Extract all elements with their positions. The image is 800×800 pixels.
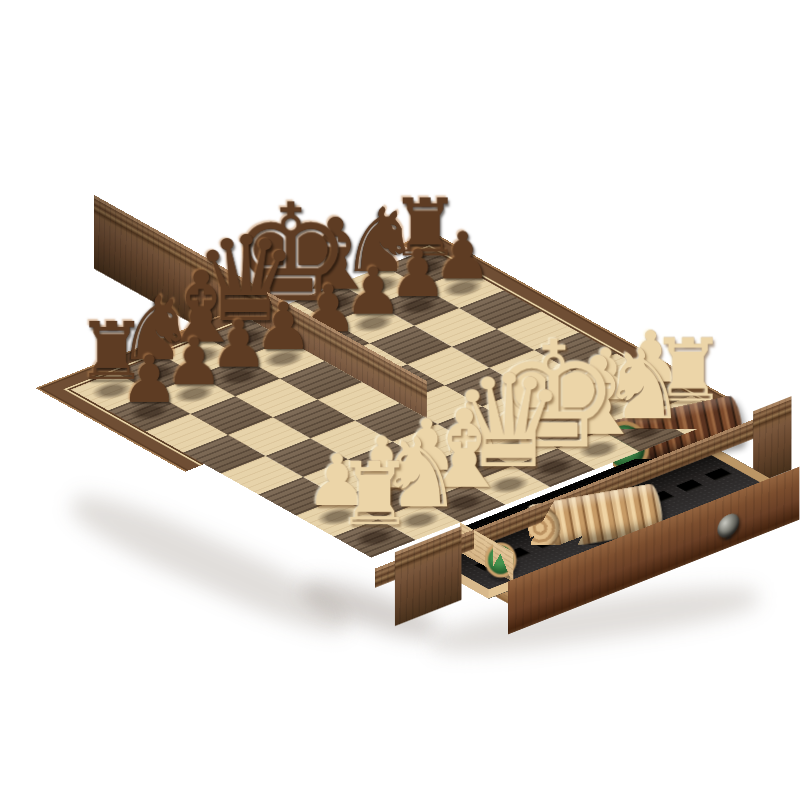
white-king-glyph: ♚ (488, 325, 621, 465)
black-pawn-glyph: ♟ (389, 242, 447, 304)
piece-black-pawn-g7: ♟ (335, 112, 502, 304)
white-pawn-glyph: ♟ (619, 324, 683, 391)
black-rook-glyph: ♜ (76, 314, 147, 389)
white-knight-glyph: ♞ (376, 426, 463, 518)
piece-white-pawn-g2: ♟ (522, 217, 689, 409)
piece-white-pawn-h2: ♟ (567, 200, 734, 392)
white-pawn-glyph: ♟ (395, 412, 459, 479)
white-pawn-glyph: ♟ (305, 448, 369, 515)
black-pawn-glyph: ♟ (434, 225, 492, 287)
foam-slot (676, 479, 703, 492)
black-pawn-glyph: ♟ (344, 260, 402, 322)
piece-black-pawn-h7: ♟ (379, 94, 546, 286)
chess-set-photo: ♜♞♝♚♛♝♞♜♟♟♟♟♟♟♟♟♟♟♟♟♟♟♟♟♜♞♝♚♛♝♞♜ (0, 0, 800, 800)
piece-black-bishop-f8: ♝ (252, 109, 419, 301)
black-pawn-glyph: ♟ (165, 330, 223, 392)
white-rook-glyph: ♜ (336, 454, 414, 536)
piece-white-queen-d1: ♛ (426, 291, 593, 483)
black-rook-glyph: ♜ (390, 190, 461, 265)
white-pawn-glyph: ♟ (529, 359, 593, 426)
white-queen-glyph: ♛ (451, 361, 566, 483)
piece-white-king-e1: ♚ (470, 273, 637, 465)
foam-slot (705, 468, 732, 481)
drawer-knob-icon (718, 510, 740, 541)
black-pawn-glyph: ♟ (210, 313, 268, 375)
piece-white-bishop-c1: ♝ (381, 309, 548, 501)
piece-black-knight-g8: ♞ (297, 91, 464, 283)
white-pawn-glyph: ♟ (574, 342, 638, 409)
white-bishop-glyph: ♝ (550, 346, 647, 448)
black-knight-glyph: ♞ (341, 199, 420, 283)
piece-black-rook-h8: ♜ (342, 73, 509, 265)
white-pawn-glyph: ♟ (350, 430, 414, 497)
piece-black-pawn-f7: ♟ (290, 130, 457, 322)
piece-white-rook-h1: ♜ (605, 221, 772, 413)
black-bishop-glyph: ♝ (291, 207, 379, 301)
white-pawn-glyph: ♟ (484, 377, 548, 444)
white-pawn-glyph: ♟ (440, 395, 504, 462)
white-bishop-glyph: ♝ (416, 398, 513, 500)
piece-white-pawn-e2: ♟ (433, 252, 600, 444)
piece-white-pawn-d2: ♟ (388, 270, 555, 462)
black-pawn-glyph: ♟ (120, 348, 178, 410)
piece-white-pawn-f2: ♟ (478, 235, 645, 427)
